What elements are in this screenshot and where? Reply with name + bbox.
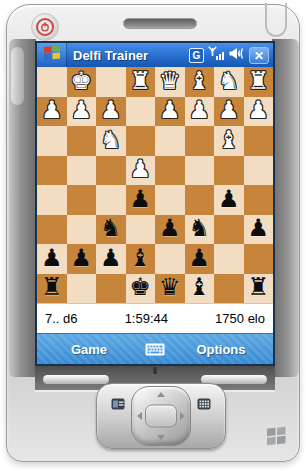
square-f6[interactable]: ♞ xyxy=(96,215,126,245)
square-d4[interactable] xyxy=(155,156,185,186)
menu-game[interactable]: Game xyxy=(37,342,141,357)
microphone-notch xyxy=(154,367,157,374)
launcher-button[interactable] xyxy=(191,392,217,416)
square-g4[interactable] xyxy=(67,156,97,186)
close-button[interactable]: ✕ xyxy=(249,47,269,64)
square-a6[interactable]: ♟ xyxy=(244,215,274,245)
pocket-pc-device: Delfi Trainer G xyxy=(6,4,300,462)
piece-white-knight: ♞ xyxy=(218,69,240,93)
square-e8[interactable]: ♚ xyxy=(126,274,156,304)
square-g2[interactable]: ♟ xyxy=(67,97,97,127)
piece-white-bishop: ♝ xyxy=(188,69,210,93)
piece-black-rook: ♜ xyxy=(247,275,269,299)
screenshot: Delfi Trainer G xyxy=(0,0,306,471)
piece-black-queen: ♛ xyxy=(159,275,181,299)
dpad-down-icon[interactable] xyxy=(157,435,165,440)
square-e1[interactable]: ♜ xyxy=(126,67,156,97)
square-a7[interactable] xyxy=(244,244,274,274)
titlebar-tray: G xyxy=(189,46,273,65)
square-b7[interactable] xyxy=(214,244,244,274)
nav-cluster xyxy=(96,383,226,449)
piece-white-queen: ♛ xyxy=(159,69,181,93)
square-h2[interactable]: ♟ xyxy=(37,97,67,127)
dpad-left-icon[interactable] xyxy=(137,412,142,420)
dpad-up-icon[interactable] xyxy=(157,392,165,397)
square-h5[interactable] xyxy=(37,185,67,215)
square-h1[interactable] xyxy=(37,67,67,97)
square-d1[interactable]: ♛ xyxy=(155,67,185,97)
square-b2[interactable]: ♟ xyxy=(214,97,244,127)
side-button[interactable] xyxy=(11,47,24,105)
square-h7[interactable]: ♟ xyxy=(37,244,67,274)
piece-black-king: ♚ xyxy=(129,275,151,299)
square-e3[interactable] xyxy=(126,126,156,156)
square-g6[interactable] xyxy=(67,215,97,245)
piece-white-pawn: ♟ xyxy=(41,98,63,122)
screen: Delfi Trainer G xyxy=(35,41,275,366)
piece-black-pawn: ♟ xyxy=(218,187,240,211)
piece-white-bishop: ♝ xyxy=(218,128,240,152)
piece-black-bishop: ♝ xyxy=(188,275,210,299)
square-b5[interactable]: ♟ xyxy=(214,185,244,215)
piece-black-pawn: ♟ xyxy=(41,246,63,270)
square-d8[interactable]: ♛ xyxy=(155,274,185,304)
menu-options[interactable]: Options xyxy=(169,342,273,357)
square-c5[interactable] xyxy=(185,185,215,215)
titlebar: Delfi Trainer G xyxy=(37,43,273,67)
square-d7[interactable] xyxy=(155,244,185,274)
square-d2[interactable]: ♟ xyxy=(155,97,185,127)
app-title: Delfi Trainer xyxy=(67,48,148,63)
piece-black-pawn: ♟ xyxy=(129,187,151,211)
square-h6[interactable] xyxy=(37,215,67,245)
square-c1[interactable]: ♝ xyxy=(185,67,215,97)
square-c4[interactable] xyxy=(185,156,215,186)
piece-black-pawn: ♟ xyxy=(159,216,181,240)
left-chin-slot xyxy=(43,375,109,384)
square-g1[interactable]: ♚ xyxy=(67,67,97,97)
square-a3[interactable] xyxy=(244,126,274,156)
square-d6[interactable]: ♟ xyxy=(155,215,185,245)
square-g7[interactable]: ♟ xyxy=(67,244,97,274)
windows-logo xyxy=(264,422,290,448)
piece-white-pawn: ♟ xyxy=(129,157,151,181)
piece-black-rook: ♜ xyxy=(41,275,63,299)
start-button[interactable] xyxy=(37,43,67,67)
power-icon xyxy=(36,18,54,36)
square-a8[interactable]: ♜ xyxy=(244,274,274,304)
dpad[interactable] xyxy=(131,386,191,446)
menu-bar: Game xyxy=(37,333,273,364)
square-a5[interactable] xyxy=(244,185,274,215)
right-side-rail xyxy=(272,39,299,377)
piece-black-pawn: ♟ xyxy=(100,246,122,270)
square-a1[interactable]: ♜ xyxy=(244,67,274,97)
piece-black-pawn: ♟ xyxy=(188,246,210,270)
windows-flag-icon xyxy=(43,45,61,65)
square-e7[interactable]: ♝ xyxy=(126,244,156,274)
square-b1[interactable]: ♞ xyxy=(214,67,244,97)
clock-label: 1:59:44 xyxy=(125,311,168,326)
power-button[interactable] xyxy=(31,13,59,41)
square-c7[interactable]: ♟ xyxy=(185,244,215,274)
stylus-slot xyxy=(265,3,287,37)
square-f7[interactable]: ♟ xyxy=(96,244,126,274)
square-g5[interactable] xyxy=(67,185,97,215)
chess-board: ♚♜♛♝♞♜♟♟♟♟♟♟♟♞♝♟♟♟♞♟♞♟♟♟♟♝♟♜♚♛♝♜ xyxy=(37,67,273,303)
square-f5[interactable] xyxy=(96,185,126,215)
square-g3[interactable] xyxy=(67,126,97,156)
piece-white-rook: ♜ xyxy=(129,69,151,93)
piece-white-rook: ♜ xyxy=(247,69,269,93)
piece-black-bishop: ♝ xyxy=(129,246,151,270)
square-c2[interactable]: ♟ xyxy=(185,97,215,127)
square-b3[interactable]: ♝ xyxy=(214,126,244,156)
square-h3[interactable] xyxy=(37,126,67,156)
keyboard-icon[interactable] xyxy=(141,338,169,360)
piece-white-pawn: ♟ xyxy=(218,98,240,122)
square-c6[interactable]: ♞ xyxy=(185,215,215,245)
status-bar: 7.. d6 1:59:44 1750 elo xyxy=(37,303,273,333)
square-b6[interactable] xyxy=(214,215,244,245)
piece-black-knight: ♞ xyxy=(188,216,210,240)
square-e5[interactable]: ♟ xyxy=(126,185,156,215)
square-h4[interactable] xyxy=(37,156,67,186)
contacts-icon xyxy=(111,398,125,410)
signal-icon[interactable] xyxy=(208,46,225,65)
left-side-rail xyxy=(9,39,36,377)
square-f3[interactable]: ♞ xyxy=(96,126,126,156)
last-move-label: 7.. d6 xyxy=(45,311,78,326)
square-f1[interactable] xyxy=(96,67,126,97)
piece-white-king: ♚ xyxy=(70,69,92,93)
contacts-button[interactable] xyxy=(105,392,131,416)
square-a4[interactable] xyxy=(244,156,274,186)
piece-white-pawn: ♟ xyxy=(70,98,92,122)
piece-white-pawn: ♟ xyxy=(247,98,269,122)
square-c8[interactable]: ♝ xyxy=(185,274,215,304)
square-c3[interactable] xyxy=(185,126,215,156)
square-a2[interactable]: ♟ xyxy=(244,97,274,127)
square-e6[interactable] xyxy=(126,215,156,245)
square-d5[interactable] xyxy=(155,185,185,215)
gprs-badge[interactable]: G xyxy=(189,48,204,63)
piece-white-pawn: ♟ xyxy=(188,98,210,122)
square-f8[interactable] xyxy=(96,274,126,304)
app-grid-icon xyxy=(197,398,211,410)
square-f2[interactable]: ♟ xyxy=(96,97,126,127)
dpad-right-icon[interactable] xyxy=(180,412,185,420)
piece-black-pawn: ♟ xyxy=(70,246,92,270)
dpad-action-button[interactable] xyxy=(145,405,177,428)
square-e4[interactable]: ♟ xyxy=(126,156,156,186)
earpiece-speaker xyxy=(123,18,197,29)
square-e2[interactable] xyxy=(126,97,156,127)
square-d3[interactable] xyxy=(155,126,185,156)
square-b4[interactable] xyxy=(214,156,244,186)
volume-icon[interactable] xyxy=(229,46,245,65)
square-b8[interactable] xyxy=(214,274,244,304)
piece-white-pawn: ♟ xyxy=(159,98,181,122)
piece-white-pawn: ♟ xyxy=(100,98,122,122)
square-f4[interactable] xyxy=(96,156,126,186)
piece-black-pawn: ♟ xyxy=(247,216,269,240)
piece-black-knight: ♞ xyxy=(100,216,122,240)
square-h8[interactable]: ♜ xyxy=(37,274,67,304)
piece-white-knight: ♞ xyxy=(100,128,122,152)
square-g8[interactable] xyxy=(67,274,97,304)
rating-label: 1750 elo xyxy=(215,311,265,326)
